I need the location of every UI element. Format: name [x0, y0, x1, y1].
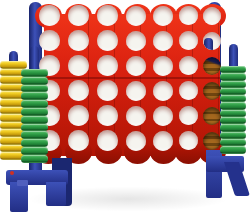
cell-r4c5 — [150, 78, 176, 103]
empty-hole-r4c5 — [153, 81, 173, 101]
empty-hole-r6c6 — [179, 131, 198, 150]
cell-r1c3 — [93, 3, 122, 28]
cell-r4c2 — [63, 78, 93, 103]
cell-r2c5 — [150, 28, 176, 53]
cell-r5c3 — [93, 103, 122, 128]
empty-hole-r4c7 — [203, 82, 221, 100]
cell-r1c1 — [36, 3, 63, 28]
empty-hole-r4c3 — [97, 80, 118, 101]
green-ring — [220, 95, 246, 102]
empty-hole-r4c4 — [126, 81, 146, 101]
ring-stack-green-right-front — [220, 66, 246, 154]
hole-grid — [36, 3, 224, 153]
empty-hole-r1c1 — [39, 5, 60, 26]
green-ring — [220, 124, 246, 131]
cell-r5c4 — [122, 103, 150, 128]
green-ring — [220, 88, 246, 95]
empty-hole-r6c5 — [153, 131, 173, 151]
empty-hole-r5c5 — [153, 106, 173, 126]
green-ring — [220, 81, 246, 88]
empty-hole-r6c4 — [126, 131, 146, 151]
left-foot-front-leg — [10, 182, 28, 212]
cell-r4c6 — [176, 78, 200, 103]
empty-hole-r1c4 — [126, 6, 146, 26]
cell-r1c5 — [150, 3, 176, 28]
green-ring — [220, 146, 246, 153]
empty-hole-r3c4 — [126, 56, 146, 76]
empty-hole-r2c5 — [153, 31, 173, 51]
cell-r5c2 — [63, 103, 93, 128]
green-ring — [21, 69, 48, 77]
green-ring — [21, 77, 48, 85]
cell-r2c6 — [176, 28, 200, 53]
cell-r3c3 — [93, 53, 122, 78]
empty-hole-r6c3 — [97, 130, 118, 151]
empty-hole-r6c7 — [203, 132, 221, 150]
empty-hole-r5c2 — [68, 105, 89, 126]
cell-r2c3 — [93, 28, 122, 53]
green-ring — [21, 147, 48, 155]
cell-r1c4 — [122, 3, 150, 28]
cell-r2c4 — [122, 28, 150, 53]
cell-r6c6 — [176, 128, 200, 153]
cell-r4c3 — [93, 78, 122, 103]
green-ring — [220, 73, 246, 80]
empty-hole-r2c6 — [179, 31, 198, 50]
cell-r2c2 — [63, 28, 93, 53]
green-ring — [220, 132, 246, 139]
empty-hole-r2c7 — [203, 32, 221, 50]
empty-hole-r6c2 — [68, 130, 89, 151]
empty-hole-r5c6 — [179, 106, 198, 125]
cell-r3c4 — [122, 53, 150, 78]
cell-r1c7 — [200, 3, 224, 28]
empty-hole-r2c2 — [68, 30, 89, 51]
left-foot — [6, 168, 72, 214]
green-ring — [21, 155, 48, 163]
green-ring — [220, 102, 246, 109]
empty-hole-r1c5 — [153, 6, 173, 26]
empty-hole-r1c6 — [179, 6, 198, 25]
cell-r4c4 — [122, 78, 150, 103]
cell-r3c2 — [63, 53, 93, 78]
right-foot-rear-leg — [224, 162, 250, 196]
green-ring — [220, 139, 246, 146]
empty-hole-r5c3 — [97, 105, 118, 126]
empty-hole-r4c6 — [179, 81, 198, 100]
ring-stack-green-left-inner — [21, 69, 48, 163]
empty-hole-r1c7 — [203, 7, 221, 25]
cell-r2c7 — [200, 28, 224, 53]
green-ring — [21, 124, 48, 132]
cell-r1c6 — [176, 3, 200, 28]
rear-post-tip-icon — [204, 38, 213, 50]
empty-hole-r3c2 — [68, 55, 89, 76]
green-ring — [21, 131, 48, 139]
empty-hole-r1c3 — [97, 5, 118, 26]
cell-r5c6 — [176, 103, 200, 128]
empty-hole-r2c4 — [126, 31, 146, 51]
empty-hole-r2c3 — [97, 30, 118, 51]
green-ring — [220, 110, 246, 117]
green-ring — [220, 66, 246, 73]
empty-hole-r5c4 — [126, 106, 146, 126]
green-ring — [21, 85, 48, 93]
green-ring — [21, 108, 48, 116]
yellow-ring — [0, 61, 27, 69]
red-knob-detail — [10, 171, 14, 175]
cell-r2c1 — [36, 28, 63, 53]
cell-r6c4 — [122, 128, 150, 153]
green-ring — [220, 117, 246, 124]
cell-r1c2 — [63, 3, 93, 28]
cell-r6c5 — [150, 128, 176, 153]
cell-r5c5 — [150, 103, 176, 128]
empty-hole-r4c2 — [68, 80, 89, 101]
empty-hole-r2c1 — [39, 30, 60, 51]
green-ring — [21, 92, 48, 100]
green-ring — [21, 100, 48, 108]
cell-r6c2 — [63, 128, 93, 153]
right-foot — [206, 150, 250, 198]
green-ring — [21, 139, 48, 147]
empty-hole-r1c2 — [68, 5, 89, 26]
cell-r3c6 — [176, 53, 200, 78]
cell-r6c3 — [93, 128, 122, 153]
empty-hole-r3c5 — [153, 56, 173, 76]
empty-hole-r3c7 — [203, 57, 221, 75]
cell-r3c5 — [150, 53, 176, 78]
empty-hole-r3c6 — [179, 56, 198, 75]
green-ring — [21, 116, 48, 124]
giant-connect-four-product-photo — [0, 0, 250, 217]
empty-hole-r3c3 — [97, 55, 118, 76]
left-foot-inner-leg — [46, 182, 66, 206]
embossed-logo-plate — [17, 180, 28, 186]
empty-hole-r5c7 — [203, 107, 221, 125]
